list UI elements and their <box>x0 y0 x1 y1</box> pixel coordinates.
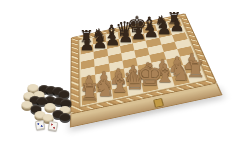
chess-board <box>54 0 217 150</box>
clasp-latch-icon <box>153 98 164 108</box>
board-cell-h1 <box>186 70 205 82</box>
die-red-pips <box>48 121 58 131</box>
product-photo: ♜♞♝♛♚♝♞♜♟♟♟♟♟♟♟♟♟♟♟♟♟♟♟♟♜♞♝♛♚♝♞♜ <box>0 0 240 150</box>
board-cell-c1 <box>112 86 128 99</box>
die-blue-pips <box>35 120 45 130</box>
checker-dark <box>60 113 71 121</box>
board-cell-a1 <box>82 93 98 106</box>
board-tilt <box>70 13 224 130</box>
board-cell-b1 <box>97 89 113 102</box>
